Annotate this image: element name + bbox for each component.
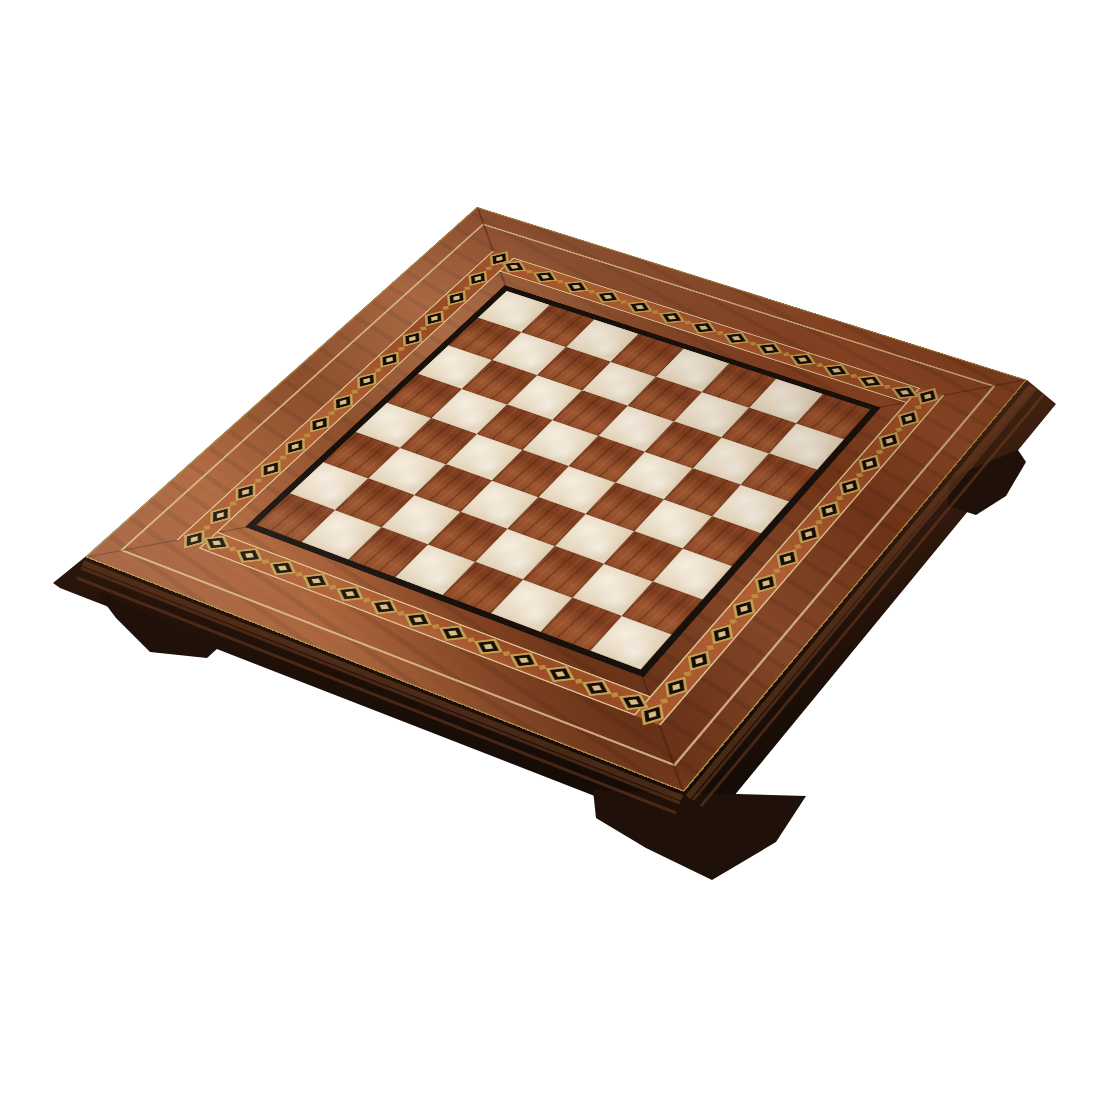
inlay-dot [203, 525, 210, 530]
inlay-diamond [890, 386, 918, 399]
inlay-diamond [545, 666, 575, 682]
inlay-diamond [379, 351, 399, 368]
bottom-foot [593, 790, 806, 880]
inlay-diamond [776, 549, 799, 569]
inlay-diamond [369, 599, 397, 615]
inlay-diamond [235, 483, 255, 501]
inlay-dot [328, 411, 335, 415]
inlay-dot [895, 427, 902, 432]
inlay-dot [229, 501, 236, 506]
inlay-diamond [563, 281, 589, 293]
inlay-diamond [756, 343, 783, 356]
inlay-dot [914, 405, 921, 409]
inlay-diamond [335, 586, 363, 601]
inlay-diamond [710, 624, 733, 645]
inlay-diamond [754, 573, 777, 593]
inlay-diamond [838, 477, 860, 496]
inlay-diamond [183, 530, 204, 549]
product-photo-chessboard [0, 0, 1100, 1100]
inlay-diamond [236, 548, 263, 563]
inlay-diamond [878, 432, 900, 450]
inlay-dot [363, 598, 370, 603]
inlay-diamond [210, 506, 230, 525]
inlay-diamond [302, 573, 330, 588]
inlay-diamond [797, 524, 820, 543]
inlay-diamond [858, 454, 880, 472]
inlay-diamond [356, 372, 376, 389]
inlay-diamond [916, 388, 938, 405]
inlay-diamond [309, 415, 329, 433]
inlay-dot [856, 473, 863, 478]
inlay-diamond [439, 626, 468, 642]
inlay-diamond [626, 301, 652, 313]
inlay-diamond [203, 536, 230, 551]
inlay-diamond [468, 270, 487, 286]
inlay-diamond [723, 332, 750, 345]
inlay-dot [729, 619, 737, 624]
inlay-dot [254, 478, 261, 483]
inlay-dot [304, 433, 311, 438]
inlay-diamond [269, 561, 296, 576]
inlay-dot [794, 544, 802, 549]
inlay-diamond [424, 310, 444, 326]
inlay-diamond [732, 598, 755, 618]
inlay-diamond [581, 680, 611, 696]
inlay-diamond [618, 694, 649, 711]
inlay-dot [397, 347, 404, 351]
inlay-diamond [474, 639, 503, 655]
inlay-dot [706, 645, 714, 650]
inlay-diamond [822, 364, 850, 377]
inlay-diamond [664, 676, 688, 697]
inlay-diamond [404, 612, 433, 628]
inlay-diamond [502, 261, 527, 273]
inlay-diamond [532, 271, 558, 283]
inlay-diamond [260, 460, 280, 478]
inlay-diamond [509, 653, 539, 669]
inlay-diamond [658, 311, 684, 323]
inlay-diamond [856, 375, 884, 388]
inlay-diamond [687, 650, 710, 671]
inlay-dot [773, 568, 781, 573]
inlay-diamond [897, 410, 919, 428]
inlay-dot [485, 266, 491, 270]
inlay-dot [279, 455, 286, 460]
inlay-dot [420, 326, 427, 330]
inlay-diamond [402, 330, 422, 346]
inlay-dot [751, 593, 759, 598]
inlay-dot [464, 286, 470, 290]
inlay-diamond [595, 291, 621, 303]
inlay-dot [835, 496, 843, 501]
inlay-dot [375, 368, 382, 372]
inlay-dot [683, 671, 691, 676]
inlay-dot [351, 389, 358, 393]
inlay-diamond [446, 290, 465, 306]
inlay-dot [442, 306, 449, 310]
inlay-diamond [789, 353, 817, 366]
inlay-diamond [333, 394, 353, 411]
inlay-dot [660, 698, 668, 704]
inlay-diamond [285, 437, 305, 455]
inlay-diamond [818, 501, 841, 520]
inlay-dot [875, 450, 882, 455]
inlay-dot [815, 520, 823, 525]
inlay-diamond [690, 322, 717, 335]
